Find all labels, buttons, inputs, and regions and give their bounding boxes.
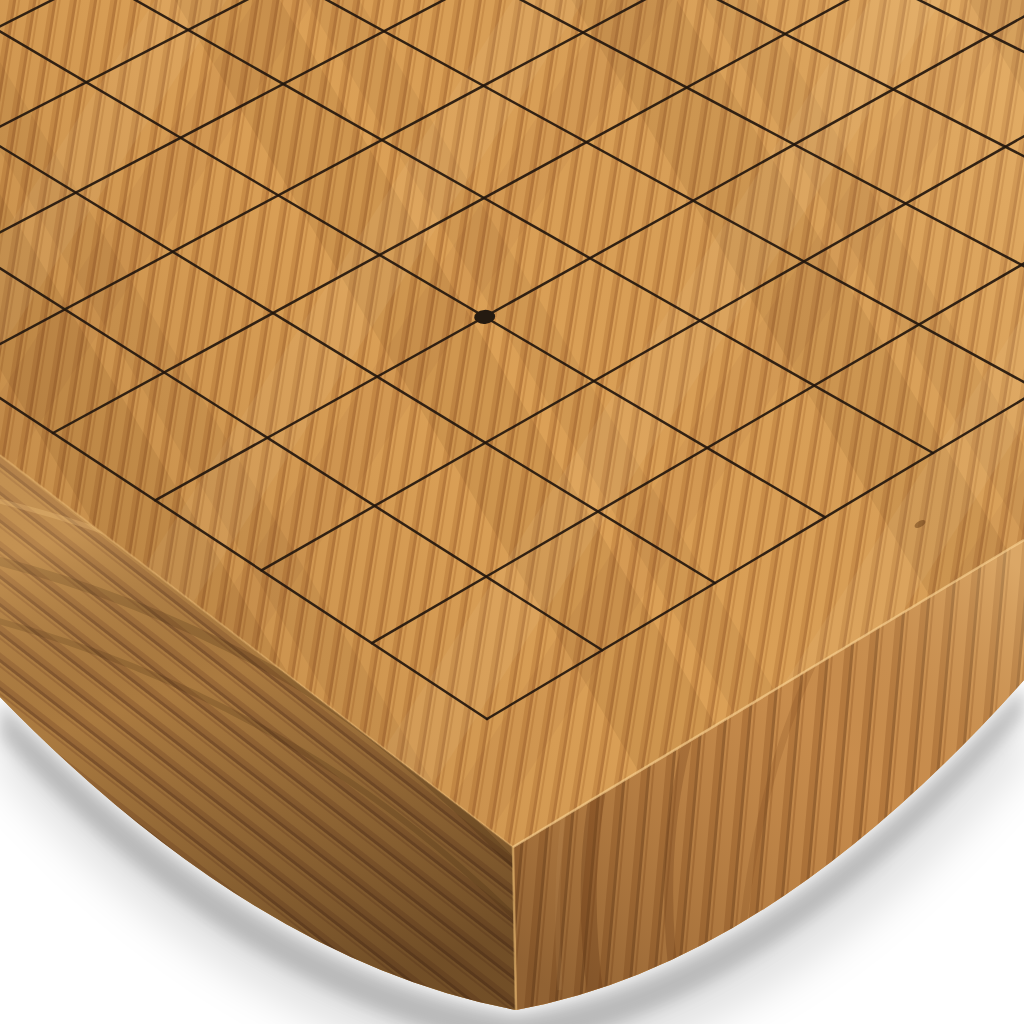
go-board-photo: [0, 0, 1024, 1024]
photo-stage: [0, 0, 1024, 1024]
